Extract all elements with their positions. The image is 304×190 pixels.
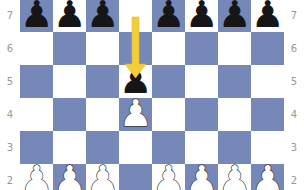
square-d4[interactable]: ♟: [119, 98, 152, 131]
square-g6[interactable]: [218, 32, 251, 65]
white-pawn-a2[interactable]: ♟: [20, 163, 53, 190]
square-c6[interactable]: [86, 32, 119, 65]
white-pawn-b2[interactable]: ♟: [53, 163, 86, 190]
rank-label-5-left: 5: [0, 65, 20, 98]
square-e7[interactable]: ♟: [152, 0, 185, 32]
white-pawn-g2[interactable]: ♟: [218, 163, 251, 190]
square-c4[interactable]: [86, 98, 119, 131]
chess-board[interactable]: ♟♟♟♟♟♟♟♟♟♟♟♟♟♟♟♟: [20, 0, 284, 190]
white-pawn-d4[interactable]: ♟: [119, 97, 152, 130]
square-e5[interactable]: [152, 65, 185, 98]
chess-board-screenshot: 765432 ♟♟♟♟♟♟♟♟♟♟♟♟♟♟♟♟ 765432: [0, 0, 304, 190]
rank-label-7-right: 7: [284, 0, 304, 32]
black-pawn-g7[interactable]: ♟: [218, 0, 251, 31]
rank-label-7-left: 7: [0, 0, 20, 32]
square-b7[interactable]: ♟: [53, 0, 86, 32]
square-e2[interactable]: ♟: [152, 164, 185, 190]
square-h5[interactable]: [251, 65, 284, 98]
square-g2[interactable]: ♟: [218, 164, 251, 190]
square-g4[interactable]: [218, 98, 251, 131]
square-f7[interactable]: ♟: [185, 0, 218, 32]
rank-labels-right: 765432: [284, 0, 304, 190]
white-pawn-e2[interactable]: ♟: [152, 163, 185, 190]
rank-label-4-left: 4: [0, 98, 20, 131]
black-pawn-h7[interactable]: ♟: [251, 0, 284, 31]
square-b2[interactable]: ♟: [53, 164, 86, 190]
white-pawn-c2[interactable]: ♟: [86, 163, 119, 190]
square-f4[interactable]: [185, 98, 218, 131]
square-c7[interactable]: ♟: [86, 0, 119, 32]
square-h2[interactable]: ♟: [251, 164, 284, 190]
black-pawn-e7[interactable]: ♟: [152, 0, 185, 31]
square-d3[interactable]: [119, 131, 152, 164]
square-a5[interactable]: [20, 65, 53, 98]
square-d2[interactable]: [119, 164, 152, 190]
rank-label-4-right: 4: [284, 98, 304, 131]
black-pawn-a7[interactable]: ♟: [20, 0, 53, 31]
square-h6[interactable]: [251, 32, 284, 65]
square-h4[interactable]: [251, 98, 284, 131]
square-a4[interactable]: [20, 98, 53, 131]
square-b4[interactable]: [53, 98, 86, 131]
square-a2[interactable]: ♟: [20, 164, 53, 190]
square-c2[interactable]: ♟: [86, 164, 119, 190]
rank-labels-left: 765432: [0, 0, 20, 190]
square-g7[interactable]: ♟: [218, 0, 251, 32]
square-f5[interactable]: [185, 65, 218, 98]
square-e4[interactable]: [152, 98, 185, 131]
rank-label-2-right: 2: [284, 164, 304, 190]
square-f2[interactable]: ♟: [185, 164, 218, 190]
black-pawn-f7[interactable]: ♟: [185, 0, 218, 31]
square-b6[interactable]: [53, 32, 86, 65]
rank-label-3-right: 3: [284, 131, 304, 164]
black-pawn-c7[interactable]: ♟: [86, 0, 119, 31]
square-e6[interactable]: [152, 32, 185, 65]
black-pawn-b7[interactable]: ♟: [53, 0, 86, 31]
square-a7[interactable]: ♟: [20, 0, 53, 32]
square-h7[interactable]: ♟: [251, 0, 284, 32]
rank-label-3-left: 3: [0, 131, 20, 164]
rank-label-5-right: 5: [284, 65, 304, 98]
square-d7[interactable]: [119, 0, 152, 32]
square-g5[interactable]: [218, 65, 251, 98]
rank-label-6-left: 6: [0, 32, 20, 65]
square-f6[interactable]: [185, 32, 218, 65]
white-pawn-f2[interactable]: ♟: [185, 163, 218, 190]
square-c5[interactable]: [86, 65, 119, 98]
rank-label-6-right: 6: [284, 32, 304, 65]
white-pawn-h2[interactable]: ♟: [251, 163, 284, 190]
rank-label-2-left: 2: [0, 164, 20, 190]
square-b5[interactable]: [53, 65, 86, 98]
square-a6[interactable]: [20, 32, 53, 65]
